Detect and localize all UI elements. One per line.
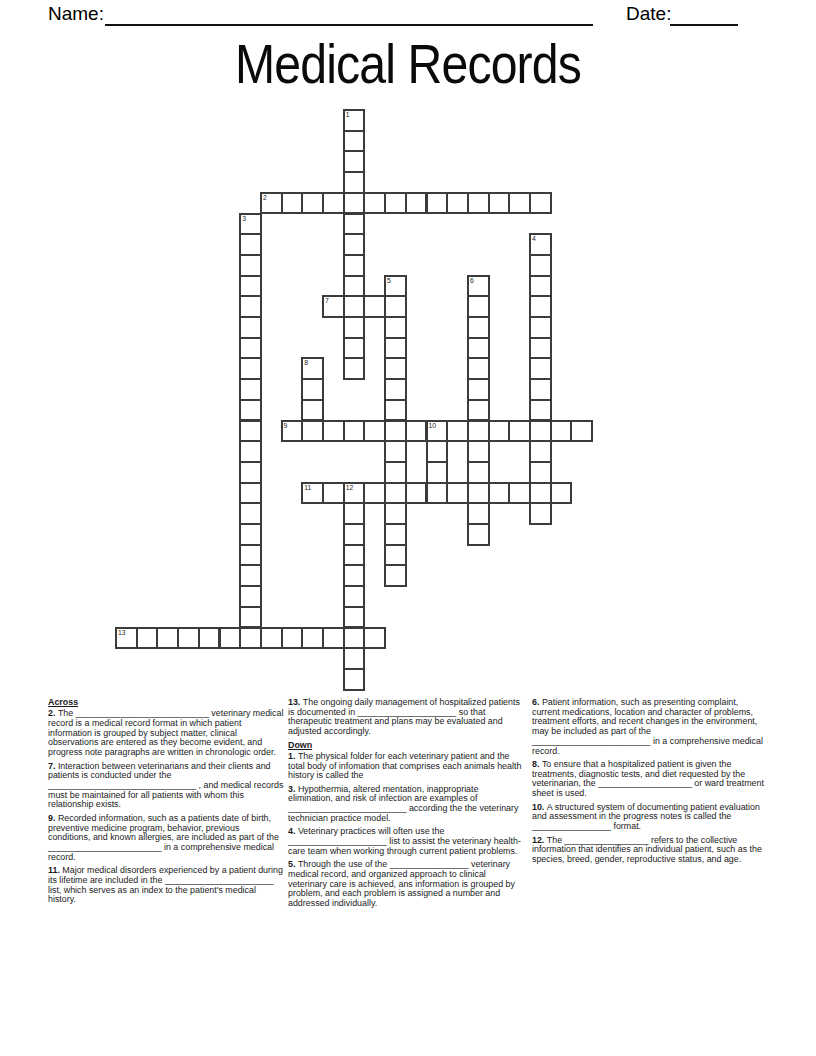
grid-cell[interactable] (446, 192, 469, 215)
grid-cell[interactable] (529, 337, 552, 360)
grid-cell[interactable] (405, 482, 428, 505)
grid-cell[interactable] (384, 378, 407, 401)
grid-cell[interactable] (239, 357, 262, 380)
clue-number: 11. (48, 865, 62, 875)
grid-cell[interactable]: 5 (384, 275, 407, 298)
grid-cell[interactable] (343, 420, 366, 443)
grid-cell[interactable]: 11 (301, 482, 324, 505)
grid-cell[interactable] (488, 192, 511, 215)
grid-cell[interactable] (488, 482, 511, 505)
grid-cell[interactable] (426, 482, 449, 505)
grid-cell[interactable] (343, 171, 366, 194)
grid-cell[interactable] (343, 275, 366, 298)
grid-cell[interactable] (343, 316, 366, 339)
crossword-grid: 12345678910111213 (115, 109, 594, 691)
grid-cell[interactable] (529, 399, 552, 422)
cell-number: 1 (346, 111, 350, 119)
clue-item: 11. Major medical disorders experienced … (48, 866, 284, 905)
grid-cell[interactable] (426, 440, 449, 463)
grid-cell[interactable] (467, 378, 490, 401)
date-label: Date: (626, 3, 671, 25)
clue-number: 13. (288, 697, 303, 707)
grid-cell[interactable] (363, 627, 386, 650)
clue-number: 7. (48, 761, 58, 771)
cell-number: 10 (429, 422, 437, 430)
grid-cell[interactable] (343, 357, 366, 380)
grid-cell[interactable] (198, 627, 221, 650)
name-label: Name: (48, 3, 104, 25)
grid-cell[interactable] (322, 192, 345, 215)
grid-cell[interactable] (301, 627, 324, 650)
grid-cell[interactable] (343, 337, 366, 360)
grid-cell[interactable] (343, 647, 366, 670)
clue-number: 9. (48, 813, 58, 823)
grid-cell[interactable] (570, 420, 593, 443)
grid-cell[interactable] (363, 482, 386, 505)
grid-cell[interactable]: 12 (343, 482, 366, 505)
clue-number: 1. (288, 751, 298, 761)
grid-cell[interactable] (384, 502, 407, 525)
grid-cell[interactable] (467, 399, 490, 422)
clue-item: 12. The _________________ refers to the … (532, 836, 764, 865)
grid-cell[interactable] (239, 295, 262, 318)
grid-cell[interactable] (467, 440, 490, 463)
grid-cell[interactable] (529, 275, 552, 298)
cell-number: 3 (242, 215, 246, 223)
grid-cell[interactable] (467, 482, 490, 505)
grid-cell[interactable] (405, 192, 428, 215)
grid-cell[interactable] (508, 482, 531, 505)
cell-number: 13 (118, 629, 126, 637)
grid-cell[interactable] (363, 420, 386, 443)
clue-item: 8. To ensure that a hospitalized patient… (532, 760, 764, 799)
grid-cell[interactable] (384, 337, 407, 360)
cell-number: 6 (470, 277, 474, 285)
grid-cell[interactable] (467, 502, 490, 525)
clue-item: 10. A structured system of documenting p… (532, 803, 764, 832)
cell-number: 11 (304, 484, 311, 492)
grid-cell[interactable] (343, 130, 366, 153)
grid-cell[interactable] (239, 378, 262, 401)
clue-item: 2. The ___________________________ veter… (48, 709, 284, 758)
grid-cell[interactable] (384, 316, 407, 339)
grid-cell[interactable] (384, 357, 407, 380)
grid-cell[interactable] (446, 420, 469, 443)
grid-cell[interactable] (550, 482, 573, 505)
grid-cell[interactable] (529, 316, 552, 339)
grid-cell[interactable] (384, 295, 407, 318)
grid-cell[interactable]: 2 (260, 192, 283, 215)
clue-item: 13. The ongoing daily management of hosp… (288, 698, 524, 737)
grid-cell[interactable] (426, 461, 449, 484)
grid-cell[interactable] (156, 627, 179, 650)
grid-cell[interactable] (239, 461, 262, 484)
grid-cell[interactable] (529, 357, 552, 380)
grid-cell[interactable] (384, 420, 407, 443)
grid-cell[interactable] (301, 420, 324, 443)
grid-cell[interactable] (239, 316, 262, 339)
cell-number: 4 (532, 235, 536, 243)
grid-cell[interactable]: 8 (301, 357, 324, 380)
clue-number: 10. (532, 802, 547, 812)
clue-item: 5. Through the use of the ______________… (288, 860, 524, 909)
cell-number: 8 (304, 359, 308, 367)
grid-cell[interactable] (550, 420, 573, 443)
grid-cell[interactable] (239, 399, 262, 422)
grid-cell[interactable] (219, 627, 242, 650)
grid-cell[interactable] (467, 461, 490, 484)
clue-item: 3. Hypothermia, altered mentation, inapp… (288, 785, 524, 824)
grid-cell[interactable] (343, 213, 366, 236)
grid-cell[interactable] (384, 523, 407, 546)
grid-cell[interactable] (239, 233, 262, 256)
clue-number: 2. (48, 708, 58, 718)
grid-cell[interactable] (446, 482, 469, 505)
grid-cell[interactable] (508, 420, 531, 443)
grid-cell[interactable] (529, 420, 552, 443)
grid-cell[interactable] (343, 502, 366, 525)
grid-cell[interactable] (529, 461, 552, 484)
grid-cell[interactable] (239, 585, 262, 608)
grid-cell[interactable] (467, 316, 490, 339)
grid-cell[interactable] (343, 668, 366, 691)
grid-cell[interactable] (384, 461, 407, 484)
grid-cell[interactable] (363, 295, 386, 318)
grid-cell[interactable] (239, 275, 262, 298)
grid-cell[interactable] (529, 295, 552, 318)
grid-cell[interactable]: 4 (529, 233, 552, 256)
grid-cell[interactable] (343, 295, 366, 318)
clue-item: 9. Recorded information, such as a patie… (48, 814, 284, 863)
grid-cell[interactable] (281, 627, 304, 650)
grid-cell[interactable] (301, 192, 324, 215)
page-title: Medical Records (57, 33, 759, 95)
clue-number: 12. (532, 835, 547, 845)
grid-cell[interactable] (177, 627, 200, 650)
grid-cell[interactable] (529, 482, 552, 505)
grid-cell[interactable] (239, 337, 262, 360)
clue-number: 5. (288, 859, 298, 869)
clue-item: 1. The physical folder for each veterina… (288, 752, 524, 781)
clues-across-header: Across (48, 698, 284, 708)
date-input-line[interactable] (670, 5, 738, 26)
grid-cell[interactable] (426, 192, 449, 215)
grid-cell[interactable] (343, 192, 366, 215)
grid-cell[interactable] (343, 606, 366, 629)
cell-number: 7 (325, 297, 329, 305)
grid-cell[interactable]: 10 (426, 420, 449, 443)
grid-cell[interactable] (384, 440, 407, 463)
grid-cell[interactable] (467, 357, 490, 380)
grid-cell[interactable] (239, 254, 262, 277)
cell-number: 5 (387, 277, 391, 285)
clue-item: 6. Patient information, such as presenti… (532, 698, 764, 756)
clues-column-1: Across2. The ___________________________… (48, 698, 284, 909)
grid-cell[interactable]: 9 (281, 420, 304, 443)
cell-number: 9 (284, 422, 288, 430)
grid-cell[interactable] (343, 585, 366, 608)
clue-number: 8. (532, 759, 542, 769)
grid-cell[interactable] (239, 544, 262, 567)
clue-number: 4. (288, 826, 298, 836)
cell-number: 12 (346, 484, 354, 492)
grid-cell[interactable] (239, 420, 262, 443)
grid-cell[interactable] (239, 482, 262, 505)
grid-cell[interactable] (488, 420, 511, 443)
grid-cell[interactable] (384, 564, 407, 587)
grid-cell[interactable] (281, 192, 304, 215)
clue-number: 3. (288, 784, 298, 794)
grid-cell[interactable] (136, 627, 159, 650)
grid-cell[interactable] (239, 440, 262, 463)
grid-cell[interactable] (467, 420, 490, 443)
worksheet-page: Name: Date: Medical Records 123456789101… (0, 0, 816, 1056)
grid-cell[interactable] (301, 399, 324, 422)
grid-cell[interactable]: 13 (115, 627, 138, 650)
grid-cell[interactable] (343, 564, 366, 587)
clue-item: 7. Interaction between veterinarians and… (48, 762, 284, 811)
grid-cell[interactable] (529, 502, 552, 525)
grid-cell[interactable] (363, 192, 386, 215)
clues-down-header: Down (288, 741, 524, 751)
cell-number: 2 (263, 194, 267, 202)
grid-cell[interactable] (343, 523, 366, 546)
grid-cell[interactable] (529, 254, 552, 277)
grid-cell[interactable] (260, 627, 283, 650)
grid-cell[interactable] (239, 627, 262, 650)
grid-cell[interactable]: 3 (239, 213, 262, 236)
name-input-line[interactable] (105, 5, 593, 26)
grid-cell[interactable] (384, 482, 407, 505)
grid-cell[interactable] (529, 440, 552, 463)
clues-column-2: 13. The ongoing daily management of hosp… (288, 698, 524, 913)
grid-cell[interactable]: 1 (343, 109, 366, 132)
grid-cell[interactable] (467, 192, 490, 215)
grid-cell[interactable] (239, 606, 262, 629)
grid-cell[interactable] (343, 233, 366, 256)
grid-cell[interactable] (467, 337, 490, 360)
grid-cell[interactable] (405, 420, 428, 443)
grid-cell[interactable] (239, 564, 262, 587)
clues-column-3: 6. Patient information, such as presenti… (532, 698, 764, 868)
grid-cell[interactable] (384, 544, 407, 567)
grid-cell[interactable] (343, 150, 366, 173)
grid-cell[interactable] (343, 544, 366, 567)
grid-cell[interactable] (322, 420, 345, 443)
grid-cell[interactable] (384, 399, 407, 422)
grid-cell[interactable] (239, 523, 262, 546)
clue-number: 6. (532, 697, 542, 707)
grid-cell[interactable]: 6 (467, 275, 490, 298)
grid-cell[interactable] (301, 378, 324, 401)
clue-item: 4. Veterinary practices will often use t… (288, 827, 524, 856)
grid-cell[interactable] (239, 502, 262, 525)
grid-cell[interactable] (508, 192, 531, 215)
grid-cell[interactable] (529, 378, 552, 401)
grid-cell[interactable] (529, 192, 552, 215)
grid-cell[interactable] (384, 192, 407, 215)
grid-cell[interactable] (322, 627, 345, 650)
grid-cell[interactable] (343, 254, 366, 277)
grid-cell[interactable]: 7 (322, 295, 345, 318)
grid-cell[interactable] (467, 295, 490, 318)
name-date-row: Name: Date: (48, 3, 760, 27)
grid-cell[interactable] (322, 482, 345, 505)
grid-cell[interactable] (467, 523, 490, 546)
grid-cell[interactable] (343, 627, 366, 650)
